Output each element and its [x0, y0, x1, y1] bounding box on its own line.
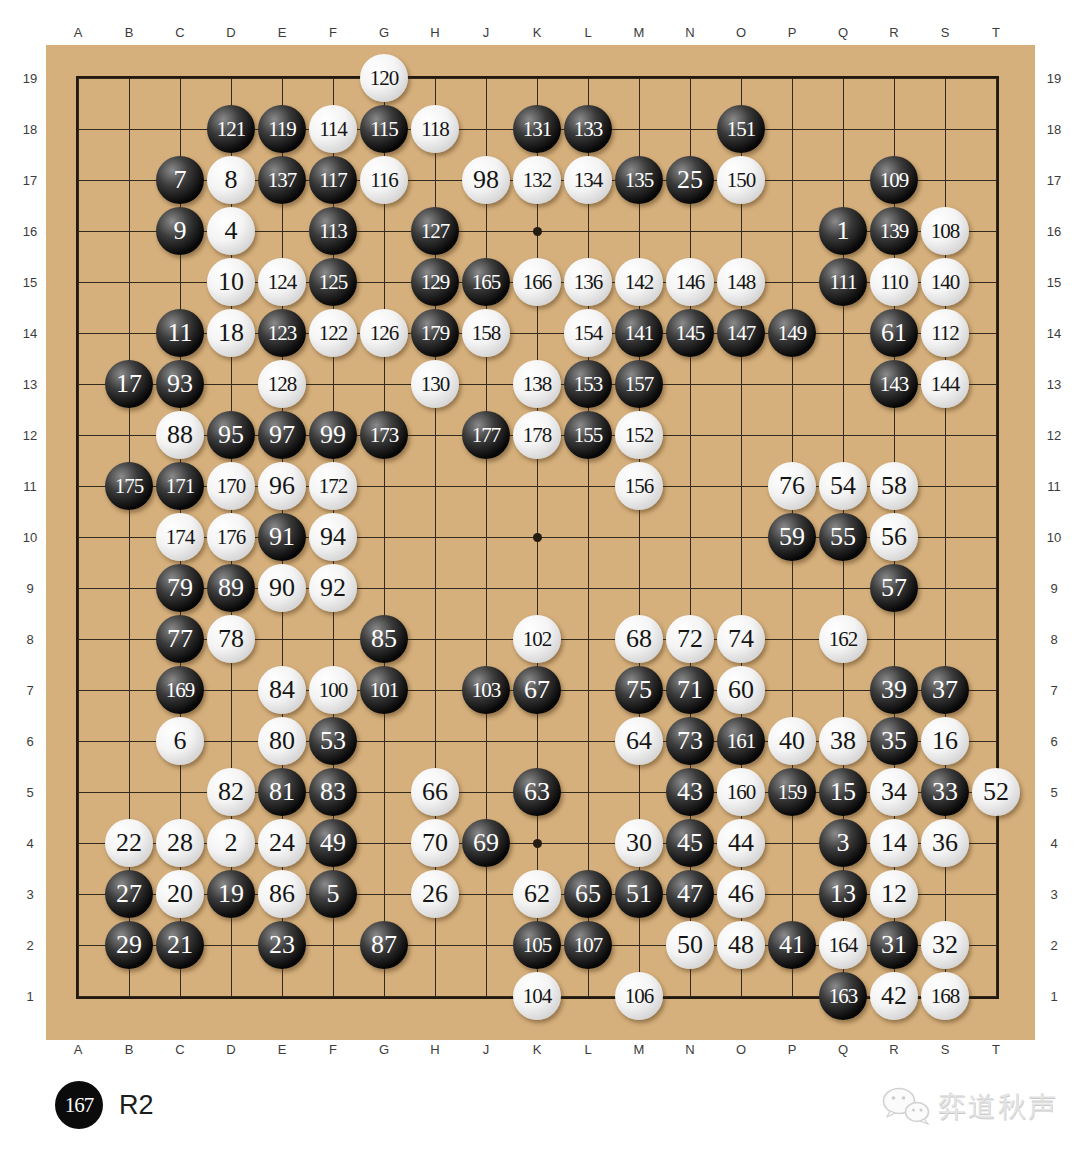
stone-black-113-F16: 113 [309, 207, 357, 255]
stone-move-number: 138 [523, 374, 552, 395]
stone-move-number: 133 [574, 119, 603, 140]
col-label-bottom-L: L [584, 1042, 591, 1057]
stone-white-102-K8: 102 [513, 615, 561, 663]
stone-move-number: 19 [218, 881, 244, 907]
stone-white-78-D8: 78 [207, 615, 255, 663]
col-label-bottom-H: H [430, 1042, 439, 1057]
stone-move-number: 65 [575, 881, 601, 907]
row-label-left-18: 18 [23, 122, 37, 137]
col-label-top-S: S [941, 25, 950, 40]
stone-white-126-G14: 126 [360, 309, 408, 357]
stone-move-number: 150 [727, 170, 756, 191]
stone-black-99-F12: 99 [309, 411, 357, 459]
stone-move-number: 106 [625, 986, 654, 1007]
stone-black-173-G12: 173 [360, 411, 408, 459]
stone-white-116-G17: 116 [360, 156, 408, 204]
stone-black-39-R7: 39 [870, 666, 918, 714]
stone-black-77-C8: 77 [156, 615, 204, 663]
stone-move-number: 56 [881, 524, 907, 550]
stone-white-96-E11: 96 [258, 462, 306, 510]
row-label-right-2: 2 [1050, 938, 1057, 953]
stone-black-85-G8: 85 [360, 615, 408, 663]
col-label-bottom-R: R [889, 1042, 898, 1057]
stone-move-number: 112 [931, 323, 959, 344]
stone-white-74-O8: 74 [717, 615, 765, 663]
stone-white-86-E3: 86 [258, 870, 306, 918]
stone-move-number: 84 [269, 677, 295, 703]
stone-white-128-E13: 128 [258, 360, 306, 408]
stone-white-16-S6: 16 [921, 717, 969, 765]
stone-move-number: 59 [779, 524, 805, 550]
stone-move-number: 159 [778, 782, 807, 803]
stone-move-number: 169 [166, 680, 195, 701]
stone-black-71-N7: 71 [666, 666, 714, 714]
stone-black-45-N4: 45 [666, 819, 714, 867]
stone-black-29-B2: 29 [105, 921, 153, 969]
row-label-right-9: 9 [1050, 581, 1057, 596]
stone-move-number: 103 [472, 680, 501, 701]
stone-white-32-S2: 32 [921, 921, 969, 969]
stone-black-57-R9: 57 [870, 564, 918, 612]
stone-white-130-H13: 130 [411, 360, 459, 408]
stone-white-174-C10: 174 [156, 513, 204, 561]
stone-move-number: 25 [677, 167, 703, 193]
col-label-bottom-N: N [685, 1042, 694, 1057]
stone-move-number: 110 [880, 272, 908, 293]
stone-black-91-E10: 91 [258, 513, 306, 561]
row-label-left-11: 11 [23, 479, 37, 494]
stone-move-number: 86 [269, 881, 295, 907]
stone-move-number: 9 [174, 218, 187, 244]
stone-move-number: 8 [225, 167, 238, 193]
stone-black-125-F15: 125 [309, 258, 357, 306]
stone-black-119-E18: 119 [258, 105, 306, 153]
stone-move-number: 58 [881, 473, 907, 499]
stone-black-101-G7: 101 [360, 666, 408, 714]
stone-white-22-B4: 22 [105, 819, 153, 867]
stone-white-140-S15: 140 [921, 258, 969, 306]
stone-black-63-K5: 63 [513, 768, 561, 816]
stone-move-number: 107 [574, 935, 603, 956]
stone-white-30-M4: 30 [615, 819, 663, 867]
stone-black-89-D9: 89 [207, 564, 255, 612]
stone-black-83-F5: 83 [309, 768, 357, 816]
stone-white-138-K13: 138 [513, 360, 561, 408]
stone-move-number: 161 [727, 731, 756, 752]
stone-black-159-P5: 159 [768, 768, 816, 816]
stone-white-134-L17: 134 [564, 156, 612, 204]
stone-move-number: 176 [217, 527, 246, 548]
stone-move-number: 48 [728, 932, 754, 958]
stone-move-number: 119 [268, 119, 296, 140]
col-label-top-O: O [736, 25, 746, 40]
row-label-right-18: 18 [1047, 122, 1061, 137]
stone-move-number: 91 [269, 524, 295, 550]
row-label-right-10: 10 [1047, 530, 1061, 545]
col-label-top-M: M [634, 25, 645, 40]
stone-white-28-C4: 28 [156, 819, 204, 867]
stone-move-number: 95 [218, 422, 244, 448]
stone-move-number: 100 [319, 680, 348, 701]
stone-white-56-R10: 56 [870, 513, 918, 561]
stone-black-161-O6: 161 [717, 717, 765, 765]
stone-white-144-S13: 144 [921, 360, 969, 408]
stone-black-171-C11: 171 [156, 462, 204, 510]
row-label-right-15: 15 [1047, 275, 1061, 290]
stone-white-72-N8: 72 [666, 615, 714, 663]
col-label-top-T: T [992, 25, 1000, 40]
stone-black-81-E5: 81 [258, 768, 306, 816]
stone-white-154-L14: 154 [564, 309, 612, 357]
stone-move-number: 109 [880, 170, 909, 191]
stone-move-number: 160 [727, 782, 756, 803]
stone-black-19-D3: 19 [207, 870, 255, 918]
stone-move-number: 134 [574, 170, 603, 191]
stone-move-number: 164 [829, 935, 858, 956]
stone-black-163-Q1: 163 [819, 972, 867, 1020]
stone-move-number: 130 [421, 374, 450, 395]
col-label-bottom-F: F [329, 1042, 337, 1057]
stone-white-110-R15: 110 [870, 258, 918, 306]
col-label-bottom-O: O [736, 1042, 746, 1057]
stone-black-13-Q3: 13 [819, 870, 867, 918]
stone-white-26-H3: 26 [411, 870, 459, 918]
stone-move-number: 1 [837, 218, 850, 244]
stone-black-149-P14: 149 [768, 309, 816, 357]
stone-black-43-N5: 43 [666, 768, 714, 816]
stone-move-number: 51 [626, 881, 652, 907]
stone-black-73-N6: 73 [666, 717, 714, 765]
stone-move-number: 67 [524, 677, 550, 703]
stone-black-107-L2: 107 [564, 921, 612, 969]
stone-move-number: 64 [626, 728, 652, 754]
row-label-right-17: 17 [1047, 173, 1061, 188]
stone-move-number: 96 [269, 473, 295, 499]
stone-move-number: 5 [327, 881, 340, 907]
stone-white-44-O4: 44 [717, 819, 765, 867]
stone-move-number: 17 [116, 371, 142, 397]
stone-move-number: 87 [371, 932, 397, 958]
stone-black-97-E12: 97 [258, 411, 306, 459]
stone-white-108-S16: 108 [921, 207, 969, 255]
stone-move-number: 131 [523, 119, 552, 140]
col-label-bottom-A: A [74, 1042, 83, 1057]
stone-move-number: 168 [931, 986, 960, 1007]
star-point-K10 [533, 533, 542, 542]
stone-move-number: 147 [727, 323, 756, 344]
stone-white-88-C12: 88 [156, 411, 204, 459]
stone-move-number: 2 [225, 830, 238, 856]
stone-move-number: 61 [881, 320, 907, 346]
stone-black-103-J7: 103 [462, 666, 510, 714]
stone-move-number: 35 [881, 728, 907, 754]
stone-move-number: 57 [881, 575, 907, 601]
stone-black-95-D12: 95 [207, 411, 255, 459]
stone-move-number: 155 [574, 425, 603, 446]
stone-white-24-E4: 24 [258, 819, 306, 867]
stone-move-number: 104 [523, 986, 552, 1007]
row-label-right-12: 12 [1047, 428, 1061, 443]
stone-black-93-C13: 93 [156, 360, 204, 408]
stone-move-number: 157 [625, 374, 654, 395]
stone-move-number: 83 [320, 779, 346, 805]
stone-move-number: 73 [677, 728, 703, 754]
stone-move-number: 154 [574, 323, 603, 344]
stone-white-150-O17: 150 [717, 156, 765, 204]
stone-move-number: 10 [218, 269, 244, 295]
stone-black-37-S7: 37 [921, 666, 969, 714]
stone-move-number: 60 [728, 677, 754, 703]
row-label-left-17: 17 [23, 173, 37, 188]
stone-black-155-L12: 155 [564, 411, 612, 459]
stone-move-number: 23 [269, 932, 295, 958]
col-label-top-P: P [788, 25, 797, 40]
stone-white-156-M11: 156 [615, 462, 663, 510]
stone-move-number: 105 [523, 935, 552, 956]
col-label-top-N: N [685, 25, 694, 40]
stone-move-number: 153 [574, 374, 603, 395]
stone-move-number: 139 [880, 221, 909, 242]
stone-move-number: 174 [166, 527, 195, 548]
stone-white-52-T5: 52 [972, 768, 1020, 816]
stone-white-148-O15: 148 [717, 258, 765, 306]
stone-white-10-D15: 10 [207, 258, 255, 306]
col-label-bottom-Q: Q [838, 1042, 848, 1057]
stone-move-number: 102 [523, 629, 552, 650]
row-label-left-19: 19 [23, 71, 37, 86]
col-label-bottom-M: M [634, 1042, 645, 1057]
stone-white-62-K3: 62 [513, 870, 561, 918]
col-label-bottom-D: D [226, 1042, 235, 1057]
stone-move-number: 175 [115, 476, 144, 497]
stone-move-number: 126 [370, 323, 399, 344]
stone-black-169-C7: 169 [156, 666, 204, 714]
stone-move-number: 127 [421, 221, 450, 242]
stone-black-41-P2: 41 [768, 921, 816, 969]
stone-white-70-H4: 70 [411, 819, 459, 867]
stone-move-number: 141 [625, 323, 654, 344]
row-label-left-1: 1 [26, 989, 33, 1004]
stone-black-177-J12: 177 [462, 411, 510, 459]
stone-black-7-C17: 7 [156, 156, 204, 204]
stone-black-67-K7: 67 [513, 666, 561, 714]
stone-move-number: 46 [728, 881, 754, 907]
stone-move-number: 39 [881, 677, 907, 703]
stone-black-127-H16: 127 [411, 207, 459, 255]
col-label-top-L: L [584, 25, 591, 40]
stone-move-number: 4 [225, 218, 238, 244]
stone-white-66-H5: 66 [411, 768, 459, 816]
stone-move-number: 13 [830, 881, 856, 907]
col-label-top-Q: Q [838, 25, 848, 40]
stone-move-number: 18 [218, 320, 244, 346]
stone-black-143-R13: 143 [870, 360, 918, 408]
stone-white-124-E15: 124 [258, 258, 306, 306]
stone-move-number: 49 [320, 830, 346, 856]
stone-move-number: 156 [625, 476, 654, 497]
stone-move-number: 149 [778, 323, 807, 344]
stone-move-number: 122 [319, 323, 348, 344]
stone-black-65-L3: 65 [564, 870, 612, 918]
col-label-top-J: J [483, 25, 490, 40]
stone-black-141-M14: 141 [615, 309, 663, 357]
col-label-bottom-E: E [278, 1042, 287, 1057]
stone-move-number: 12 [881, 881, 907, 907]
stone-move-number: 92 [320, 575, 346, 601]
stone-black-47-N3: 47 [666, 870, 714, 918]
stone-move-number: 62 [524, 881, 550, 907]
stone-black-15-Q5: 15 [819, 768, 867, 816]
stone-black-121-D18: 121 [207, 105, 255, 153]
stone-move-number: 146 [676, 272, 705, 293]
stone-white-98-J17: 98 [462, 156, 510, 204]
stone-white-64-M6: 64 [615, 717, 663, 765]
stone-black-117-F17: 117 [309, 156, 357, 204]
stone-move-number: 29 [116, 932, 142, 958]
stone-move-number: 158 [472, 323, 501, 344]
stone-move-number: 148 [727, 272, 756, 293]
stone-move-number: 98 [473, 167, 499, 193]
row-label-left-16: 16 [23, 224, 37, 239]
stone-move-number: 97 [269, 422, 295, 448]
stone-white-114-F18: 114 [309, 105, 357, 153]
stone-white-18-D14: 18 [207, 309, 255, 357]
stone-move-number: 44 [728, 830, 754, 856]
stone-white-54-Q11: 54 [819, 462, 867, 510]
stone-black-133-L18: 133 [564, 105, 612, 153]
stone-move-number: 37 [932, 677, 958, 703]
stone-move-number: 178 [523, 425, 552, 446]
caption-location-label: R2 [119, 1090, 154, 1121]
stone-white-84-E7: 84 [258, 666, 306, 714]
stone-move-number: 165 [472, 272, 501, 293]
stone-move-number: 32 [932, 932, 958, 958]
stone-black-137-E17: 137 [258, 156, 306, 204]
stone-white-40-P6: 40 [768, 717, 816, 765]
stone-black-75-M7: 75 [615, 666, 663, 714]
stone-black-3-Q4: 3 [819, 819, 867, 867]
stone-white-106-M1: 106 [615, 972, 663, 1020]
stone-white-160-O5: 160 [717, 768, 765, 816]
stone-move-number: 108 [931, 221, 960, 242]
stone-black-147-O14: 147 [717, 309, 765, 357]
stone-move-number: 68 [626, 626, 652, 652]
stone-white-42-R1: 42 [870, 972, 918, 1020]
col-label-bottom-S: S [941, 1042, 950, 1057]
stone-white-112-S14: 112 [921, 309, 969, 357]
stone-white-14-R4: 14 [870, 819, 918, 867]
stone-white-50-N2: 50 [666, 921, 714, 969]
caption-black-stone: 167 [55, 1081, 103, 1129]
stone-black-139-R16: 139 [870, 207, 918, 255]
stone-move-number: 20 [167, 881, 193, 907]
stone-move-number: 125 [319, 272, 348, 293]
stone-black-129-H15: 129 [411, 258, 459, 306]
stone-white-80-E6: 80 [258, 717, 306, 765]
col-label-bottom-K: K [533, 1042, 542, 1057]
col-label-top-K: K [533, 25, 542, 40]
col-label-bottom-C: C [175, 1042, 184, 1057]
stone-black-53-F6: 53 [309, 717, 357, 765]
col-label-bottom-G: G [379, 1042, 389, 1057]
stone-black-153-L13: 153 [564, 360, 612, 408]
stone-move-number: 128 [268, 374, 297, 395]
stone-black-9-C16: 9 [156, 207, 204, 255]
move-caption: 167 R2 [55, 1080, 154, 1130]
stone-white-38-Q6: 38 [819, 717, 867, 765]
stone-white-36-S4: 36 [921, 819, 969, 867]
stone-move-number: 36 [932, 830, 958, 856]
stone-move-number: 24 [269, 830, 295, 856]
stone-white-4-D16: 4 [207, 207, 255, 255]
stone-move-number: 113 [319, 221, 347, 242]
stone-move-number: 121 [217, 119, 246, 140]
stone-black-11-C14: 11 [156, 309, 204, 357]
row-label-left-8: 8 [26, 632, 33, 647]
stone-move-number: 79 [167, 575, 193, 601]
row-label-left-5: 5 [26, 785, 33, 800]
stone-black-87-G2: 87 [360, 921, 408, 969]
stone-move-number: 30 [626, 830, 652, 856]
stone-move-number: 171 [166, 476, 195, 497]
stone-black-31-R2: 31 [870, 921, 918, 969]
stone-move-number: 172 [319, 476, 348, 497]
row-label-left-6: 6 [26, 734, 33, 749]
stone-black-79-C9: 79 [156, 564, 204, 612]
row-label-right-8: 8 [1050, 632, 1057, 647]
row-label-left-9: 9 [26, 581, 33, 596]
stone-move-number: 81 [269, 779, 295, 805]
row-label-right-19: 19 [1047, 71, 1061, 86]
stone-move-number: 85 [371, 626, 397, 652]
stone-move-number: 137 [268, 170, 297, 191]
col-label-top-A: A [74, 25, 83, 40]
stone-move-number: 151 [727, 119, 756, 140]
stone-white-90-E9: 90 [258, 564, 306, 612]
stone-move-number: 3 [837, 830, 850, 856]
star-point-K16 [533, 227, 542, 236]
stone-white-94-F10: 94 [309, 513, 357, 561]
stone-white-104-K1: 104 [513, 972, 561, 1020]
stone-move-number: 63 [524, 779, 550, 805]
stone-white-118-H18: 118 [411, 105, 459, 153]
stone-move-number: 118 [421, 119, 449, 140]
stone-black-55-Q10: 55 [819, 513, 867, 561]
stone-move-number: 124 [268, 272, 297, 293]
stone-move-number: 166 [523, 272, 552, 293]
row-label-right-6: 6 [1050, 734, 1057, 749]
stone-black-17-B13: 17 [105, 360, 153, 408]
row-label-left-14: 14 [23, 326, 37, 341]
stone-move-number: 6 [174, 728, 187, 754]
stone-white-20-C3: 20 [156, 870, 204, 918]
stone-move-number: 111 [830, 272, 857, 293]
stone-move-number: 140 [931, 272, 960, 293]
stone-white-6-C6: 6 [156, 717, 204, 765]
stone-black-25-N17: 25 [666, 156, 714, 204]
stone-black-59-P10: 59 [768, 513, 816, 561]
stone-move-number: 47 [677, 881, 703, 907]
stone-white-46-O3: 46 [717, 870, 765, 918]
stone-move-number: 80 [269, 728, 295, 754]
stone-white-170-D11: 170 [207, 462, 255, 510]
stone-black-51-M3: 51 [615, 870, 663, 918]
stone-move-number: 52 [983, 779, 1009, 805]
stone-move-number: 75 [626, 677, 652, 703]
stone-move-number: 114 [319, 119, 347, 140]
col-label-top-G: G [379, 25, 389, 40]
stone-white-60-O7: 60 [717, 666, 765, 714]
